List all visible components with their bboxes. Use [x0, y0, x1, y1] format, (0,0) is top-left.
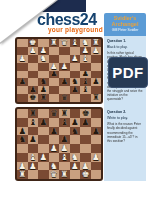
square	[49, 47, 60, 55]
square: ♟	[91, 127, 102, 136]
square: ♞	[17, 135, 28, 144]
square: ♝	[59, 153, 70, 162]
pdf-badge-label: PDF	[112, 64, 144, 81]
question-2-to-play: White to play.	[107, 116, 143, 120]
course-author: GM Peter Svidler	[104, 28, 146, 32]
piece-white-pawn: ♟	[18, 162, 26, 171]
piece-white-pawn: ♟	[81, 162, 89, 171]
square: ♛	[49, 170, 60, 179]
square: ♜	[17, 170, 28, 179]
piece-white-pawn: ♟	[50, 63, 57, 71]
question-2-section: Question 2. White to play. What is the r…	[107, 110, 143, 143]
square	[49, 153, 60, 162]
title-box: Svidler's Archangel GM Peter Svidler Que…	[104, 13, 146, 181]
square: ♟	[91, 153, 102, 162]
square: ♚	[80, 170, 91, 179]
square: ♟	[59, 135, 70, 144]
square: ♟	[70, 118, 81, 127]
square	[59, 55, 70, 63]
square: ♞	[38, 78, 49, 86]
piece-white-pawn: ♟	[40, 47, 47, 55]
square	[70, 144, 81, 153]
piece-white-bishop: ♝	[29, 153, 37, 162]
square	[80, 94, 91, 102]
square: ♟	[49, 127, 60, 136]
square	[17, 144, 28, 153]
square: ♟	[28, 162, 39, 171]
piece-black-pawn: ♟	[50, 127, 58, 136]
square: ♟	[49, 71, 60, 79]
square: ♟	[28, 47, 39, 55]
piece-black-pawn: ♟	[81, 118, 89, 127]
square: ♟	[17, 55, 28, 63]
square	[49, 78, 60, 86]
square	[28, 127, 39, 136]
piece-black-pawn: ♟	[61, 78, 68, 86]
square	[38, 71, 49, 79]
square: ♟	[91, 78, 102, 86]
square	[38, 63, 49, 71]
square	[70, 170, 81, 179]
piece-white-king: ♚	[81, 170, 89, 179]
square: ♜	[28, 109, 39, 118]
piece-black-pawn: ♟	[18, 127, 26, 136]
chess-board-question-2: ♜♛♜♚♝♟♝♟♟♟♟♞♟♞♟♟♟♟♝♟♝♞♟♟♟♞♟♟♜♛♜♚	[15, 107, 103, 181]
square: ♞	[70, 78, 81, 86]
square: ♜	[59, 109, 70, 118]
square	[38, 109, 49, 118]
square: ♛	[59, 94, 70, 102]
square	[38, 162, 49, 171]
square: ♟	[70, 55, 81, 63]
square	[38, 170, 49, 179]
piece-white-bishop: ♝	[71, 39, 78, 47]
title-box-header: Svidler's Archangel GM Peter Svidler	[104, 13, 146, 36]
piece-white-pawn: ♟	[82, 47, 89, 55]
square	[59, 71, 70, 79]
square	[28, 170, 39, 179]
piece-black-queen: ♛	[61, 94, 68, 102]
square	[49, 135, 60, 144]
square	[91, 63, 102, 71]
square: ♟	[59, 63, 70, 71]
square	[80, 153, 91, 162]
piece-black-pawn: ♟	[29, 86, 36, 94]
chess-board-2-grid: ♜♛♜♚♝♟♝♟♟♟♟♞♟♞♟♟♟♟♝♟♝♞♟♟♟♞♟♟♜♛♜♚	[17, 109, 101, 179]
square	[28, 144, 39, 153]
piece-black-king: ♚	[29, 94, 36, 102]
piece-black-pawn: ♟	[50, 71, 57, 79]
piece-white-pawn: ♟	[19, 55, 26, 63]
square: ♟	[38, 47, 49, 55]
square	[91, 71, 102, 79]
pdf-badge[interactable]: PDF	[108, 57, 148, 88]
square	[91, 144, 102, 153]
piece-white-pawn: ♟	[92, 153, 100, 162]
square	[59, 162, 70, 171]
piece-black-rook: ♜	[40, 94, 47, 102]
folded-corner	[0, 0, 58, 44]
piece-white-knight: ♞	[82, 39, 89, 47]
square	[80, 127, 91, 136]
square: ♝	[80, 55, 91, 63]
square	[59, 127, 70, 136]
piece-black-pawn: ♟	[60, 135, 68, 144]
square: ♛	[59, 39, 70, 47]
question-1-to-play: Black to play.	[107, 45, 143, 49]
square: ♝	[80, 78, 91, 86]
piece-white-pawn: ♟	[61, 63, 68, 71]
square: ♝	[80, 86, 91, 94]
square: ♞	[70, 153, 81, 162]
square: ♟	[80, 162, 91, 171]
square: ♟	[38, 86, 49, 94]
piece-black-knight: ♞	[71, 127, 79, 136]
piece-black-pawn: ♟	[29, 135, 37, 144]
square	[17, 94, 28, 102]
square: ♟	[28, 135, 39, 144]
pdf-thumbnail[interactable]: chess24 your playground Svidler's Archan…	[0, 0, 149, 198]
square: ♟	[80, 118, 91, 127]
piece-black-pawn: ♟	[40, 86, 47, 94]
piece-white-pawn: ♟	[39, 153, 47, 162]
square: ♛	[49, 109, 60, 118]
square	[28, 78, 39, 86]
square	[17, 47, 28, 55]
square	[17, 153, 28, 162]
piece-white-bishop: ♝	[60, 153, 68, 162]
square	[91, 118, 102, 127]
square: ♚	[80, 109, 91, 118]
square: ♟	[59, 78, 70, 86]
question-2-text: What is the reason Peter finally decided…	[107, 122, 143, 143]
square	[70, 135, 81, 144]
chess-board-1-grid: ♚♜♛♝♞♜♟♟♟♟♟♞♟♝♟♟♟♟♟♞♟♞♝♟♟♟♟♝♚♜♛♜	[17, 39, 101, 102]
piece-white-pawn: ♟	[92, 47, 99, 55]
piece-white-pawn: ♟	[71, 55, 78, 63]
square	[80, 63, 91, 71]
square	[28, 55, 39, 63]
square: ♟	[70, 162, 81, 171]
piece-white-knight: ♞	[50, 162, 58, 171]
square	[17, 63, 28, 71]
square	[80, 144, 91, 153]
square: ♜	[91, 94, 102, 102]
piece-white-rook: ♜	[18, 170, 26, 179]
piece-black-rook: ♜	[29, 109, 37, 118]
square	[17, 109, 28, 118]
piece-black-pawn: ♟	[82, 71, 89, 79]
piece-black-bishop: ♝	[29, 118, 37, 127]
piece-black-bishop: ♝	[60, 118, 68, 127]
square: ♟	[38, 118, 49, 127]
piece-black-rook: ♜	[92, 94, 99, 102]
square: ♝	[28, 153, 39, 162]
square	[91, 55, 102, 63]
piece-white-pawn: ♟	[50, 144, 58, 153]
piece-black-king: ♚	[81, 109, 89, 118]
square	[38, 135, 49, 144]
square: ♟	[91, 47, 102, 55]
square: ♟	[49, 63, 60, 71]
square	[91, 170, 102, 179]
square: ♞	[80, 39, 91, 47]
square: ♝	[70, 39, 81, 47]
square	[91, 109, 102, 118]
square: ♟	[17, 127, 28, 136]
square	[70, 71, 81, 79]
piece-white-queen: ♛	[61, 39, 68, 47]
piece-black-queen: ♛	[50, 109, 58, 118]
square	[91, 162, 102, 171]
piece-white-pawn: ♟	[29, 162, 37, 171]
square	[91, 135, 102, 144]
square: ♟	[80, 47, 91, 55]
square	[38, 144, 49, 153]
square	[49, 55, 60, 63]
square: ♟	[17, 78, 28, 86]
square	[70, 94, 81, 102]
piece-white-pawn: ♟	[71, 162, 79, 171]
square: ♟	[17, 162, 28, 171]
square	[28, 63, 39, 71]
square	[49, 94, 60, 102]
piece-black-bishop: ♝	[82, 86, 89, 94]
piece-black-pawn: ♟	[92, 78, 99, 86]
square	[80, 135, 91, 144]
square: ♟	[49, 144, 60, 153]
square	[70, 109, 81, 118]
square	[59, 86, 70, 94]
square	[49, 86, 60, 94]
square	[38, 127, 49, 136]
piece-white-rook: ♜	[92, 39, 99, 47]
chess-board-question-1: ♚♜♛♝♞♜♟♟♟♟♟♞♟♝♟♟♟♟♟♞♟♞♝♟♟♟♟♝♚♜♛♜	[15, 37, 103, 104]
piece-black-rook: ♜	[60, 109, 68, 118]
square: ♟	[80, 71, 91, 79]
piece-white-queen: ♛	[50, 170, 58, 179]
square	[49, 118, 60, 127]
piece-black-pawn: ♟	[19, 78, 26, 86]
square: ♟	[59, 144, 70, 153]
square	[70, 63, 81, 71]
piece-black-pawn: ♟	[92, 127, 100, 136]
square: ♜	[91, 39, 102, 47]
square	[17, 71, 28, 79]
square	[91, 86, 102, 94]
piece-white-pawn: ♟	[29, 47, 36, 55]
square: ♞	[49, 162, 60, 171]
piece-white-knight: ♞	[71, 153, 79, 162]
piece-black-knight: ♞	[18, 135, 26, 144]
square: ♟	[38, 153, 49, 162]
square	[59, 47, 70, 55]
square	[17, 118, 28, 127]
square: ♝	[59, 118, 70, 127]
square	[70, 47, 81, 55]
square: ♟	[28, 86, 39, 94]
square	[28, 71, 39, 79]
piece-black-bishop: ♝	[82, 78, 89, 86]
piece-black-knight: ♞	[40, 78, 47, 86]
question-1-label: Question 1.	[107, 39, 143, 43]
piece-white-knight: ♞	[40, 55, 47, 63]
square: ♚	[28, 94, 39, 102]
square: ♜	[59, 170, 70, 179]
piece-black-pawn: ♟	[71, 118, 79, 127]
piece-black-pawn: ♟	[39, 118, 47, 127]
square	[17, 86, 28, 94]
piece-black-pawn: ♟	[71, 86, 78, 94]
piece-black-knight: ♞	[71, 78, 78, 86]
square: ♞	[38, 55, 49, 63]
question-2-label: Question 2.	[107, 110, 143, 114]
square: ♝	[28, 118, 39, 127]
square: ♟	[70, 86, 81, 94]
piece-white-bishop: ♝	[82, 55, 89, 63]
square: ♜	[38, 94, 49, 102]
piece-white-pawn: ♟	[60, 144, 68, 153]
course-title-line2: Archangel	[104, 21, 146, 27]
piece-white-rook: ♜	[60, 170, 68, 179]
square: ♞	[70, 127, 81, 136]
